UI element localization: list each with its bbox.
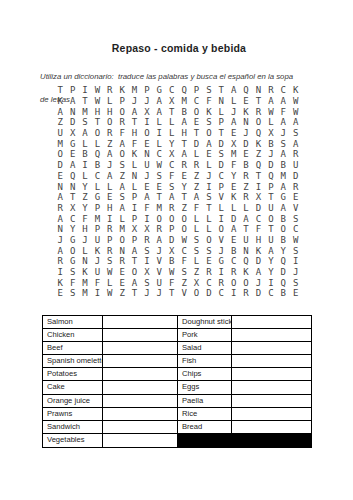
- grid-cell: M: [54, 138, 66, 149]
- grid-cell: U: [153, 277, 165, 288]
- word-cell-english-left: Beef: [43, 342, 103, 355]
- word-cell-english-left: Salmon: [43, 316, 103, 329]
- grid-cell: A: [289, 117, 301, 128]
- grid-cell: E: [141, 138, 153, 149]
- grid-cell: A: [227, 117, 239, 128]
- grid-cell: O: [227, 277, 239, 288]
- grid-cell: B: [277, 288, 289, 299]
- grid-cell: W: [104, 288, 116, 299]
- grid-cell: L: [190, 224, 202, 235]
- word-cell-answer-right: [232, 342, 311, 355]
- grid-cell: Q: [91, 149, 103, 160]
- grid-cell: N: [79, 256, 91, 267]
- word-cell-answer-left: [103, 316, 178, 329]
- word-cell-answer-right: [232, 408, 311, 421]
- word-cell-english-right: Eggs: [178, 381, 232, 394]
- grid-cell: O: [116, 106, 128, 117]
- grid-cell: F: [178, 256, 190, 267]
- grid-cell: A: [104, 171, 116, 182]
- grid-cell: U: [91, 267, 103, 278]
- grid-cell: L: [79, 171, 91, 182]
- grid-cell: M: [153, 203, 165, 214]
- grid-cell: B: [277, 235, 289, 246]
- grid-cell: S: [66, 267, 78, 278]
- grid-cell: Q: [240, 256, 252, 267]
- grid-cell: A: [289, 138, 301, 149]
- grid-cell: X: [141, 267, 153, 278]
- grid-cell: G: [66, 256, 78, 267]
- grid-cell: L: [166, 117, 178, 128]
- grid-cell: T: [178, 138, 190, 149]
- grid-cell: Q: [277, 277, 289, 288]
- grid-cell: U: [91, 235, 103, 246]
- grid-cell: D: [265, 160, 277, 171]
- grid-cell: A: [116, 138, 128, 149]
- word-cell-answer-left: [103, 434, 178, 447]
- grid-cell: R: [166, 203, 178, 214]
- grid-cell: M: [79, 277, 91, 288]
- grid-cell: J: [141, 288, 153, 299]
- grid-cell: J: [240, 128, 252, 139]
- grid-cell: L: [104, 96, 116, 107]
- grid-cell: K: [252, 138, 264, 149]
- grid-cell: E: [141, 181, 153, 192]
- grid-cell: J: [54, 235, 66, 246]
- grid-cell: K: [54, 96, 66, 107]
- grid-cell: X: [166, 245, 178, 256]
- grid-cell: M: [79, 106, 91, 117]
- grid-cell: H: [178, 128, 190, 139]
- grid-cell: A: [277, 117, 289, 128]
- grid-cell: C: [265, 288, 277, 299]
- grid-cell: A: [54, 245, 66, 256]
- grid-cell: T: [265, 224, 277, 235]
- grid-cell: U: [141, 160, 153, 171]
- grid-cell: S: [141, 277, 153, 288]
- grid-cell: I: [104, 213, 116, 224]
- grid-cell: I: [141, 213, 153, 224]
- word-cell-english-right: Paella: [178, 395, 232, 408]
- word-cell-english-right: Chips: [178, 368, 232, 381]
- grid-cell: E: [66, 149, 78, 160]
- grid-cell: E: [240, 96, 252, 107]
- grid-cell: Z: [79, 192, 91, 203]
- grid-cell: M: [277, 171, 289, 182]
- grid-cell: D: [215, 138, 227, 149]
- grid-cell: R: [265, 85, 277, 96]
- grid-cell: C: [178, 245, 190, 256]
- grid-cell: K: [91, 245, 103, 256]
- grid-cell: R: [153, 224, 165, 235]
- grid-cell: R: [289, 181, 301, 192]
- grid-cell: A: [128, 106, 140, 117]
- grid-cell: R: [215, 277, 227, 288]
- grid-cell: F: [79, 213, 91, 224]
- grid-cell: L: [190, 149, 202, 160]
- grid-cell: Y: [265, 267, 277, 278]
- grid-cell: I: [141, 117, 153, 128]
- grid-cell: A: [178, 117, 190, 128]
- grid-cell: S: [79, 117, 91, 128]
- grid-cell: K: [240, 106, 252, 117]
- grid-cell: O: [178, 224, 190, 235]
- grid-cell: T: [178, 192, 190, 203]
- grid-cell: O: [141, 128, 153, 139]
- grid-cell: W: [265, 106, 277, 117]
- grid-cell: L: [227, 203, 239, 214]
- word-cell-answer-right: [232, 395, 311, 408]
- word-cell-answer-left: [103, 368, 178, 381]
- grid-cell: C: [190, 96, 202, 107]
- grid-cell: O: [252, 117, 264, 128]
- grid-cell: S: [141, 245, 153, 256]
- grid-cell: H: [252, 235, 264, 246]
- grid-cell: R: [104, 245, 116, 256]
- word-cell-answer-right: [232, 355, 311, 368]
- grid-cell: J: [128, 96, 140, 107]
- grid-cell: S: [104, 256, 116, 267]
- grid-cell: B: [166, 256, 178, 267]
- grid-cell: C: [203, 277, 215, 288]
- grid-cell: S: [277, 138, 289, 149]
- word-cell-answer-right: [232, 368, 311, 381]
- grid-cell: M: [128, 85, 140, 96]
- grid-cell: Y: [178, 181, 190, 192]
- grid-cell: J: [153, 245, 165, 256]
- grid-cell: O: [277, 224, 289, 235]
- word-cell-english-left: Orange juice: [43, 395, 103, 408]
- word-cell-english-left: Sandwich: [43, 421, 103, 434]
- grid-cell: K: [240, 267, 252, 278]
- grid-cell: R: [116, 256, 128, 267]
- grid-cell: N: [116, 245, 128, 256]
- grid-cell: Z: [190, 267, 202, 278]
- grid-cell: H: [79, 224, 91, 235]
- grid-cell: N: [240, 245, 252, 256]
- grid-cell: L: [91, 138, 103, 149]
- grid-cell: F: [166, 171, 178, 182]
- grid-cell: Y: [79, 203, 91, 214]
- grid-cell: A: [252, 267, 264, 278]
- grid-cell: L: [153, 138, 165, 149]
- grid-cell: X: [141, 106, 153, 117]
- grid-cell: L: [265, 117, 277, 128]
- grid-cell: J: [289, 267, 301, 278]
- grid-cell: K: [79, 267, 91, 278]
- grid-cell: N: [54, 224, 66, 235]
- grid-cell: R: [240, 192, 252, 203]
- grid-cell: A: [141, 192, 153, 203]
- grid-cell: T: [240, 224, 252, 235]
- word-cell-answer-right: [232, 381, 311, 394]
- grid-cell: F: [252, 224, 264, 235]
- grid-cell: N: [252, 85, 264, 96]
- grid-cell: O: [91, 128, 103, 139]
- grid-cell: P: [141, 85, 153, 96]
- grid-cell: D: [252, 256, 264, 267]
- grid-cell: X: [166, 96, 178, 107]
- grid-cell: G: [215, 256, 227, 267]
- grid-cell: R: [54, 256, 66, 267]
- grid-cell: A: [116, 181, 128, 192]
- grid-cell: P: [116, 96, 128, 107]
- word-cell-answer-right: [232, 316, 311, 329]
- grid-cell: R: [104, 85, 116, 96]
- page-title: Repaso - comida y bebida: [40, 42, 318, 54]
- grid-cell: S: [66, 288, 78, 299]
- grid-cell: L: [215, 203, 227, 214]
- grid-cell: S: [289, 213, 301, 224]
- grid-cell: Y: [66, 224, 78, 235]
- grid-cell: T: [128, 117, 140, 128]
- grid-cell: O: [203, 235, 215, 246]
- grid-cell: P: [215, 117, 227, 128]
- word-cell-english-right: Doughnut sticks: [178, 316, 232, 329]
- grid-cell: F: [66, 277, 78, 288]
- grid-cell: U: [54, 128, 66, 139]
- grid-cell: F: [116, 128, 128, 139]
- grid-cell: T: [215, 128, 227, 139]
- grid-cell: E: [227, 181, 239, 192]
- word-cell-answer-left: [103, 355, 178, 368]
- grid-cell: F: [128, 138, 140, 149]
- grid-cell: L: [166, 128, 178, 139]
- grid-cell: D: [252, 288, 264, 299]
- grid-cell: B: [277, 160, 289, 171]
- grid-cell: J: [91, 256, 103, 267]
- grid-cell: M: [178, 96, 190, 107]
- grid-cell: A: [277, 203, 289, 214]
- grid-cell: A: [153, 235, 165, 246]
- grid-cell: B: [178, 106, 190, 117]
- grid-cell: A: [240, 213, 252, 224]
- grid-cell: C: [215, 288, 227, 299]
- grid-cell: H: [128, 128, 140, 139]
- grid-cell: X: [66, 203, 78, 214]
- grid-cell: X: [252, 192, 264, 203]
- grid-cell: T: [153, 192, 165, 203]
- grid-cell: T: [252, 171, 264, 182]
- grid-cell: I: [203, 181, 215, 192]
- word-cell-english-left: Prawns: [43, 408, 103, 421]
- grid-cell: L: [203, 224, 215, 235]
- grid-cell: T: [203, 203, 215, 214]
- grid-cell: N: [215, 96, 227, 107]
- word-cell-english-right: Fish: [178, 355, 232, 368]
- grid-cell: G: [66, 138, 78, 149]
- grid-cell: S: [190, 235, 202, 246]
- grid-cell: W: [289, 235, 301, 246]
- grid-cell: F: [91, 277, 103, 288]
- grid-cell: A: [227, 85, 239, 96]
- grid-cell: T: [166, 288, 178, 299]
- worksheet-page: Repaso - comida y bebida Utiliza un dicc…: [0, 0, 353, 500]
- grid-cell: O: [116, 235, 128, 246]
- grid-cell: O: [66, 245, 78, 256]
- grid-cell: J: [153, 288, 165, 299]
- grid-cell: Z: [178, 203, 190, 214]
- grid-cell: S: [203, 117, 215, 128]
- grid-cell: Z: [54, 117, 66, 128]
- grid-cell: S: [116, 160, 128, 171]
- grid-cell: W: [178, 235, 190, 246]
- grid-cell: L: [128, 181, 140, 192]
- grid-cell: J: [265, 149, 277, 160]
- grid-cell: R: [178, 160, 190, 171]
- grid-cell: B: [227, 245, 239, 256]
- grid-cell: M: [79, 288, 91, 299]
- grid-cell: U: [240, 235, 252, 246]
- grid-cell: F: [227, 160, 239, 171]
- grid-cell: J: [252, 277, 264, 288]
- grid-cell: P: [128, 213, 140, 224]
- grid-cell: X: [128, 224, 140, 235]
- grid-cell: V: [289, 203, 301, 214]
- grid-cell: E: [227, 128, 239, 139]
- word-cell-english-left: Spanish omelette: [43, 355, 103, 368]
- grid-cell: P: [66, 85, 78, 96]
- grid-cell: F: [203, 96, 215, 107]
- grid-cell: A: [128, 245, 140, 256]
- grid-cell: T: [91, 117, 103, 128]
- grid-cell: E: [178, 171, 190, 182]
- grid-cell: P: [128, 235, 140, 246]
- grid-cell: R: [240, 171, 252, 182]
- grid-cell: Z: [240, 181, 252, 192]
- grid-cell: W: [289, 106, 301, 117]
- grid-cell: R: [141, 235, 153, 246]
- grid-cell: A: [277, 181, 289, 192]
- grid-cell: B: [265, 138, 277, 149]
- grid-cell: O: [54, 149, 66, 160]
- grid-cell: L: [190, 213, 202, 224]
- grid-cell: A: [153, 106, 165, 117]
- grid-cell: E: [203, 256, 215, 267]
- grid-cell: S: [116, 192, 128, 203]
- grid-cell: F: [277, 106, 289, 117]
- grid-cell: Y: [166, 138, 178, 149]
- grid-cell: Q: [252, 128, 264, 139]
- grid-cell: Q: [240, 85, 252, 96]
- grid-cell: W: [289, 96, 301, 107]
- grid-cell: P: [190, 85, 202, 96]
- grid-cell: F: [190, 203, 202, 214]
- grid-cell: N: [66, 106, 78, 117]
- grid-cell: K: [203, 106, 215, 117]
- grid-cell: M: [116, 224, 128, 235]
- word-cell-english-left: Chicken: [43, 329, 103, 342]
- grid-cell: N: [128, 171, 140, 182]
- grid-cell: D: [54, 160, 66, 171]
- grid-cell: N: [141, 149, 153, 160]
- grid-cell: E: [104, 192, 116, 203]
- grid-cell: E: [240, 149, 252, 160]
- grid-cell: E: [116, 277, 128, 288]
- grid-cell: D: [215, 160, 227, 171]
- grid-cell: R: [289, 149, 301, 160]
- grid-cell: S: [289, 245, 301, 256]
- grid-cell: L: [240, 203, 252, 214]
- word-cell-answer-left: [103, 395, 178, 408]
- grid-cell: A: [166, 192, 178, 203]
- grid-cell: A: [54, 106, 66, 117]
- grid-cell: A: [265, 245, 277, 256]
- grid-cell: Q: [178, 85, 190, 96]
- grid-cell: R: [116, 117, 128, 128]
- grid-cell: U: [289, 160, 301, 171]
- grid-cell: O: [265, 213, 277, 224]
- grid-cell: K: [252, 245, 264, 256]
- grid-cell: T: [54, 85, 66, 96]
- grid-cell: P: [265, 181, 277, 192]
- word-cell-answer-left: [103, 408, 178, 421]
- grid-cell: R: [240, 288, 252, 299]
- grid-cell: P: [166, 224, 178, 235]
- grid-cell: O: [128, 267, 140, 278]
- grid-cell: Y: [265, 256, 277, 267]
- grid-cell: S: [289, 277, 301, 288]
- grid-cell: Z: [178, 277, 190, 288]
- grid-cell: G: [153, 85, 165, 96]
- grid-cell: K: [116, 85, 128, 96]
- grid-cell: H: [104, 106, 116, 117]
- grid-cell: B: [277, 213, 289, 224]
- grid-cell: J: [104, 160, 116, 171]
- grid-cell: C: [215, 171, 227, 182]
- grid-cell: Y: [227, 171, 239, 182]
- grid-cell: G: [91, 192, 103, 203]
- grid-cell: A: [79, 128, 91, 139]
- grid-cell: L: [79, 138, 91, 149]
- grid-cell: I: [79, 85, 91, 96]
- grid-cell: S: [215, 149, 227, 160]
- grid-cell: T: [190, 128, 202, 139]
- grid-cell: R: [54, 203, 66, 214]
- grid-cell: A: [190, 192, 202, 203]
- grid-cell: L: [104, 181, 116, 192]
- grid-cell: W: [153, 160, 165, 171]
- grid-cell: L: [215, 106, 227, 117]
- word-cell-english-right: Bread: [178, 421, 232, 434]
- grid-cell: L: [227, 96, 239, 107]
- grid-cell: I: [215, 267, 227, 278]
- grid-cell: L: [91, 181, 103, 192]
- grid-cell: D: [203, 288, 215, 299]
- instructions-line-1: Utiliza un diccionario: traduce las pala…: [40, 73, 330, 81]
- word-cell-answer-left: [103, 421, 178, 434]
- grid-cell: I: [289, 256, 301, 267]
- grid-cell: Q: [252, 160, 264, 171]
- grid-cell: X: [166, 149, 178, 160]
- grid-cell: C: [166, 160, 178, 171]
- grid-cell: D: [190, 138, 202, 149]
- grid-cell: N: [54, 181, 66, 192]
- grid-cell: Y: [79, 181, 91, 192]
- grid-cell: T: [128, 256, 140, 267]
- grid-cell: A: [54, 213, 66, 224]
- grid-cell: C: [166, 85, 178, 96]
- grid-cell: C: [91, 171, 103, 182]
- grid-cell: A: [203, 138, 215, 149]
- grid-cell: Z: [116, 288, 128, 299]
- grid-cell: G: [277, 192, 289, 203]
- grid-cell: Z: [252, 149, 264, 160]
- grid-cell: F: [166, 277, 178, 288]
- grid-cell: J: [79, 235, 91, 246]
- grid-cell: J: [141, 96, 153, 107]
- grid-cell: I: [153, 128, 165, 139]
- grid-cell: M: [227, 149, 239, 160]
